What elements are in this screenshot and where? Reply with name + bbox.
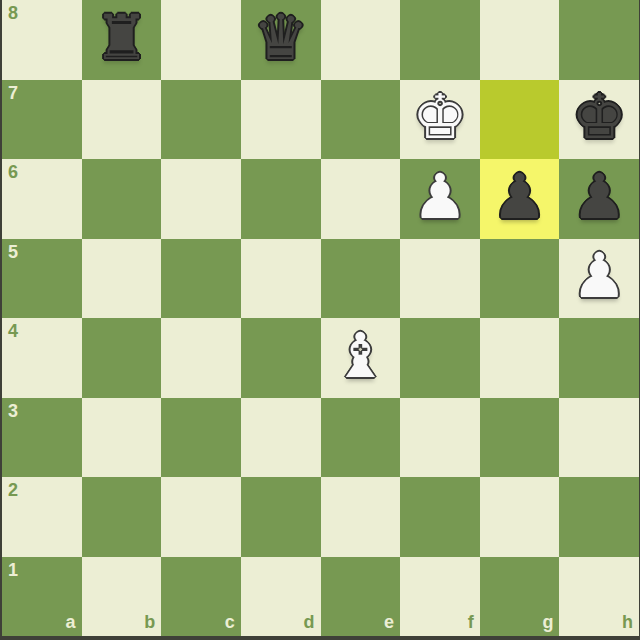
file-label-b: b bbox=[144, 612, 155, 633]
square-f4[interactable] bbox=[400, 318, 480, 398]
square-a6[interactable]: 6 bbox=[2, 159, 82, 239]
square-e2[interactable] bbox=[321, 477, 401, 557]
square-b3[interactable] bbox=[82, 398, 162, 478]
square-d3[interactable] bbox=[241, 398, 321, 478]
chess-board: 8♜♛7♚♚6♟♟♟5♟4♝321abcdefgh bbox=[2, 0, 639, 636]
chess-board-container: 8♜♛7♚♚6♟♟♟5♟4♝321abcdefgh bbox=[2, 0, 639, 636]
square-c7[interactable] bbox=[161, 80, 241, 160]
black-pawn[interactable]: ♟ bbox=[480, 159, 560, 239]
square-b2[interactable] bbox=[82, 477, 162, 557]
square-h5[interactable]: ♟ bbox=[559, 239, 639, 319]
square-e6[interactable] bbox=[321, 159, 401, 239]
black-king[interactable]: ♚ bbox=[559, 80, 639, 160]
white-king[interactable]: ♚ bbox=[400, 80, 480, 160]
rank-label-5: 5 bbox=[8, 242, 18, 263]
file-label-h: h bbox=[622, 612, 633, 633]
file-label-d: d bbox=[304, 612, 315, 633]
square-a4[interactable]: 4 bbox=[2, 318, 82, 398]
square-c8[interactable] bbox=[161, 0, 241, 80]
white-pawn[interactable]: ♟ bbox=[400, 159, 480, 239]
square-f6[interactable]: ♟ bbox=[400, 159, 480, 239]
rank-label-8: 8 bbox=[8, 3, 18, 24]
square-h8[interactable] bbox=[559, 0, 639, 80]
square-a5[interactable]: 5 bbox=[2, 239, 82, 319]
square-b4[interactable] bbox=[82, 318, 162, 398]
square-b6[interactable] bbox=[82, 159, 162, 239]
white-pawn[interactable]: ♟ bbox=[559, 239, 639, 319]
square-d8[interactable]: ♛ bbox=[241, 0, 321, 80]
square-g4[interactable] bbox=[480, 318, 560, 398]
file-label-a: a bbox=[66, 612, 76, 633]
square-f7[interactable]: ♚ bbox=[400, 80, 480, 160]
square-d1[interactable]: d bbox=[241, 557, 321, 637]
square-e3[interactable] bbox=[321, 398, 401, 478]
square-b1[interactable]: b bbox=[82, 557, 162, 637]
square-e4[interactable]: ♝ bbox=[321, 318, 401, 398]
square-c2[interactable] bbox=[161, 477, 241, 557]
square-h1[interactable]: h bbox=[559, 557, 639, 637]
square-c6[interactable] bbox=[161, 159, 241, 239]
square-d2[interactable] bbox=[241, 477, 321, 557]
square-g1[interactable]: g bbox=[480, 557, 560, 637]
square-e7[interactable] bbox=[321, 80, 401, 160]
square-a3[interactable]: 3 bbox=[2, 398, 82, 478]
square-g2[interactable] bbox=[480, 477, 560, 557]
square-g5[interactable] bbox=[480, 239, 560, 319]
white-bishop[interactable]: ♝ bbox=[321, 318, 401, 398]
rank-label-2: 2 bbox=[8, 480, 18, 501]
square-h2[interactable] bbox=[559, 477, 639, 557]
file-label-c: c bbox=[225, 612, 235, 633]
square-c5[interactable] bbox=[161, 239, 241, 319]
square-f2[interactable] bbox=[400, 477, 480, 557]
square-e1[interactable]: e bbox=[321, 557, 401, 637]
square-f5[interactable] bbox=[400, 239, 480, 319]
rank-label-7: 7 bbox=[8, 83, 18, 104]
square-h4[interactable] bbox=[559, 318, 639, 398]
file-label-f: f bbox=[468, 612, 474, 633]
square-d4[interactable] bbox=[241, 318, 321, 398]
square-a2[interactable]: 2 bbox=[2, 477, 82, 557]
square-b8[interactable]: ♜ bbox=[82, 0, 162, 80]
square-e5[interactable] bbox=[321, 239, 401, 319]
rank-label-3: 3 bbox=[8, 401, 18, 422]
square-f8[interactable] bbox=[400, 0, 480, 80]
square-g3[interactable] bbox=[480, 398, 560, 478]
square-d6[interactable] bbox=[241, 159, 321, 239]
square-d5[interactable] bbox=[241, 239, 321, 319]
square-e8[interactable] bbox=[321, 0, 401, 80]
square-f1[interactable]: f bbox=[400, 557, 480, 637]
black-queen[interactable]: ♛ bbox=[241, 0, 321, 80]
rank-label-6: 6 bbox=[8, 162, 18, 183]
black-rook[interactable]: ♜ bbox=[82, 0, 162, 80]
square-c1[interactable]: c bbox=[161, 557, 241, 637]
square-a1[interactable]: 1a bbox=[2, 557, 82, 637]
square-c3[interactable] bbox=[161, 398, 241, 478]
black-pawn[interactable]: ♟ bbox=[559, 159, 639, 239]
square-f3[interactable] bbox=[400, 398, 480, 478]
file-label-e: e bbox=[384, 612, 394, 633]
square-h7[interactable]: ♚ bbox=[559, 80, 639, 160]
square-c4[interactable] bbox=[161, 318, 241, 398]
square-g8[interactable] bbox=[480, 0, 560, 80]
square-b7[interactable] bbox=[82, 80, 162, 160]
file-label-g: g bbox=[542, 612, 553, 633]
rank-label-1: 1 bbox=[8, 560, 18, 581]
square-h3[interactable] bbox=[559, 398, 639, 478]
square-a8[interactable]: 8 bbox=[2, 0, 82, 80]
square-b5[interactable] bbox=[82, 239, 162, 319]
rank-label-4: 4 bbox=[8, 321, 18, 342]
square-h6[interactable]: ♟ bbox=[559, 159, 639, 239]
square-g6[interactable]: ♟ bbox=[480, 159, 560, 239]
square-d7[interactable] bbox=[241, 80, 321, 160]
square-a7[interactable]: 7 bbox=[2, 80, 82, 160]
square-g7[interactable] bbox=[480, 80, 560, 160]
